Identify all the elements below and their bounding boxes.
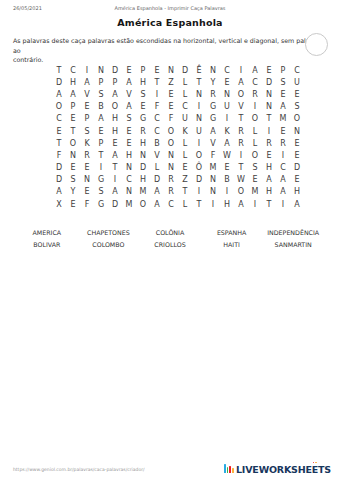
grid-cell[interactable]: M <box>122 198 136 210</box>
wordmark-dotted-e: E <box>312 464 318 475</box>
word-list-item: COLÔNIA <box>139 226 201 238</box>
grid-cell[interactable]: T <box>178 186 192 198</box>
grid-cell[interactable]: T <box>192 198 206 210</box>
grid-cell[interactable]: O <box>248 149 262 161</box>
grid-cell[interactable]: E <box>66 162 80 174</box>
grid-cell[interactable]: S <box>248 162 262 174</box>
grid-cell[interactable]: E <box>94 125 108 137</box>
grid-cell[interactable]: S <box>80 125 94 137</box>
grid-cell[interactable]: I <box>220 113 234 125</box>
grid-cell[interactable]: R <box>206 88 220 100</box>
grid-cell[interactable]: S <box>136 88 150 100</box>
grid-cell[interactable]: U <box>290 76 304 88</box>
grid-cell[interactable]: O <box>192 149 206 161</box>
grid-cell[interactable]: O <box>136 198 150 210</box>
grid-cell[interactable]: T <box>52 137 66 149</box>
grid-cell[interactable]: A <box>108 186 122 198</box>
grid-cell[interactable]: N <box>192 88 206 100</box>
grid-cell[interactable]: H <box>66 76 80 88</box>
grid-cell[interactable]: D <box>262 76 276 88</box>
grid-cell[interactable]: A <box>94 113 108 125</box>
grid-cell[interactable]: V <box>150 149 164 161</box>
grid-cell[interactable]: T <box>94 149 108 161</box>
grid-cell[interactable]: C <box>248 76 262 88</box>
grid-cell[interactable]: E <box>52 125 66 137</box>
grid-cell[interactable]: E <box>164 101 178 113</box>
word-list-item: BOLIVAR <box>16 238 78 250</box>
grid-cell[interactable]: C <box>290 64 304 76</box>
grid-cell[interactable]: E <box>80 162 94 174</box>
grid-cell[interactable]: I <box>94 162 108 174</box>
grid-cell[interactable]: F <box>206 149 220 161</box>
grid-cell[interactable]: T <box>150 76 164 88</box>
grid-cell[interactable]: V <box>206 137 220 149</box>
word-list: AMERICACHAPETONESCOLÔNIAESPANHAINDEPENDÊ… <box>16 226 324 250</box>
grid-cell[interactable]: N <box>164 162 178 174</box>
grid-cell[interactable]: N <box>136 149 150 161</box>
word-list-item: CRIOLLOS <box>139 238 201 250</box>
grid-cell[interactable]: U <box>220 101 234 113</box>
grid-cell[interactable]: N <box>206 186 220 198</box>
grid-cell[interactable]: S <box>276 76 290 88</box>
grid-cell[interactable]: D <box>108 64 122 76</box>
grid-cell[interactable]: Z <box>178 174 192 186</box>
grid-cell[interactable]: R <box>80 149 94 161</box>
liveworksheets-logo: LIVEWORKSHEETS <box>224 464 331 475</box>
grid-cell[interactable]: Y <box>206 76 220 88</box>
grid-cell[interactable]: A <box>122 101 136 113</box>
grid-cell[interactable]: H <box>220 198 234 210</box>
grid-cell[interactable]: C <box>164 198 178 210</box>
grid-cell[interactable]: P <box>136 64 150 76</box>
grid-cell[interactable]: D <box>136 162 150 174</box>
worksheet-page: 26/05/2021 América Espanhola - Imprimir … <box>0 0 340 480</box>
grid-cell[interactable]: A <box>248 64 262 76</box>
instructions-line1: As palavras deste caça palavras estão es… <box>13 37 323 54</box>
grid-cell[interactable]: H <box>136 76 150 88</box>
grid-cell[interactable]: H <box>262 186 276 198</box>
grid-cell[interactable]: L <box>178 137 192 149</box>
grid-cell[interactable]: Ô <box>192 162 206 174</box>
grid-cell[interactable]: B <box>94 101 108 113</box>
grid-cell[interactable]: M <box>206 162 220 174</box>
grid-cell[interactable]: G <box>206 113 220 125</box>
grid-cell[interactable]: N <box>66 149 80 161</box>
grid-cell[interactable]: P <box>276 64 290 76</box>
grid-cell[interactable]: T <box>192 76 206 88</box>
grid-cell[interactable]: K <box>80 137 94 149</box>
grid-cell[interactable]: O <box>234 88 248 100</box>
grid-cell[interactable]: A <box>52 186 66 198</box>
grid-cell[interactable]: S <box>122 113 136 125</box>
grid-cell[interactable]: I <box>192 137 206 149</box>
grid-cell[interactable]: D <box>52 162 66 174</box>
grid-cell[interactable]: A <box>66 88 80 100</box>
speaker-circle-button[interactable] <box>305 33 328 56</box>
grid-cell[interactable]: O <box>234 186 248 198</box>
grid-cell[interactable]: C <box>66 64 80 76</box>
grid-cell[interactable]: D <box>52 174 66 186</box>
grid-cell[interactable]: E <box>178 162 192 174</box>
grid-cell[interactable]: P <box>80 113 94 125</box>
grid-cell[interactable]: I <box>80 64 94 76</box>
grid-cell[interactable]: C <box>276 162 290 174</box>
word-list-item: ESPANHA <box>201 226 263 238</box>
grid-cell[interactable]: I <box>262 125 276 137</box>
grid-cell[interactable]: O <box>248 113 262 125</box>
grid-cell[interactable]: O <box>52 101 66 113</box>
word-list-item: CHAPETONES <box>78 226 140 238</box>
grid-cell[interactable]: A <box>108 149 122 161</box>
grid-cell[interactable]: D <box>108 198 122 210</box>
grid-cell[interactable]: L <box>178 76 192 88</box>
grid-cell[interactable]: O <box>164 125 178 137</box>
grid-cell[interactable]: R <box>136 125 150 137</box>
grid-cell[interactable]: E <box>290 149 304 161</box>
word-list-item: COLOMBO <box>78 238 140 250</box>
grid-cell[interactable]: E <box>66 113 80 125</box>
grid-cell[interactable]: C <box>52 113 66 125</box>
grid-cell[interactable]: H <box>108 113 122 125</box>
grid-cell[interactable]: S <box>66 174 80 186</box>
grid-cell[interactable]: C <box>178 101 192 113</box>
grid-cell[interactable]: A <box>52 88 66 100</box>
grid-cell[interactable]: E <box>276 125 290 137</box>
source-url: https://www.geniol.com.br/palavras/caca-… <box>13 467 145 472</box>
grid-cell[interactable]: A <box>80 76 94 88</box>
grid-cell[interactable]: B <box>220 174 234 186</box>
grid-cell[interactable]: I <box>276 149 290 161</box>
grid-cell[interactable]: E <box>136 101 150 113</box>
grid-cell[interactable]: N <box>192 113 206 125</box>
grid-cell[interactable]: S <box>290 101 304 113</box>
grid-cell[interactable]: N <box>262 88 276 100</box>
grid-cell[interactable]: H <box>108 125 122 137</box>
grid-cell[interactable]: O <box>66 137 80 149</box>
grid-cell[interactable]: C <box>150 125 164 137</box>
grid-cell[interactable]: N <box>94 64 108 76</box>
grid-cell[interactable]: U <box>178 113 192 125</box>
grid-cell[interactable]: G <box>94 174 108 186</box>
grid-cell[interactable]: S <box>94 186 108 198</box>
grid-cell[interactable]: D <box>52 76 66 88</box>
grid-cell[interactable]: H <box>136 174 150 186</box>
grid-cell[interactable]: I <box>108 174 122 186</box>
grid-cell[interactable]: O <box>164 137 178 149</box>
grid-cell[interactable]: E <box>248 174 262 186</box>
grid-cell[interactable]: P <box>66 101 80 113</box>
grid-cell[interactable]: T <box>262 113 276 125</box>
grid-cell[interactable]: A <box>206 125 220 137</box>
grid-cell[interactable]: M <box>276 113 290 125</box>
grid-cell[interactable]: M <box>136 186 150 198</box>
grid-cell[interactable]: A <box>276 186 290 198</box>
grid-cell[interactable]: F <box>150 101 164 113</box>
grid-cell[interactable]: L <box>178 149 192 161</box>
word-list-item: AMERICA <box>16 226 78 238</box>
grid-cell[interactable]: N <box>206 64 220 76</box>
grid-cell[interactable]: N <box>290 125 304 137</box>
grid-cell[interactable]: N <box>122 162 136 174</box>
grid-cell[interactable]: A <box>122 76 136 88</box>
liveworksheets-wordmark: LIVEWORKSHEETS <box>236 464 331 475</box>
grid-cell[interactable]: T <box>262 198 276 210</box>
grid-cell[interactable]: V <box>80 88 94 100</box>
grid-cell[interactable]: E <box>220 76 234 88</box>
grid-cell[interactable]: E <box>262 149 276 161</box>
grid-cell[interactable]: O <box>108 101 122 113</box>
grid-cell[interactable]: T <box>234 162 248 174</box>
grid-cell[interactable]: D <box>178 64 192 76</box>
grid-cell[interactable]: E <box>80 186 94 198</box>
grid-cell[interactable]: T <box>52 64 66 76</box>
grid-cell[interactable]: H <box>262 162 276 174</box>
grid-cell[interactable]: T <box>234 113 248 125</box>
grid-cell[interactable]: E <box>122 137 136 149</box>
grid-cell[interactable]: Ê <box>192 64 206 76</box>
grid-cell[interactable]: E <box>290 174 304 186</box>
wordmark-post: TS <box>318 464 331 475</box>
grid-cell[interactable]: R <box>234 137 248 149</box>
liveworksheets-bars-icon <box>224 465 234 474</box>
grid-cell[interactable]: B <box>150 137 164 149</box>
grid-cell[interactable]: A <box>150 186 164 198</box>
grid-cell[interactable]: N <box>164 149 178 161</box>
grid-cell[interactable]: P <box>94 76 108 88</box>
grid-cell[interactable]: I <box>192 186 206 198</box>
grid-cell[interactable]: E <box>290 88 304 100</box>
grid-cell[interactable]: N <box>262 101 276 113</box>
grid-cell[interactable]: T <box>66 125 80 137</box>
grid-cell[interactable]: M <box>248 186 262 198</box>
logo-dots-icon <box>313 462 317 464</box>
grid-cell[interactable]: V <box>234 101 248 113</box>
grid-cell[interactable]: I <box>234 149 248 161</box>
grid-cell[interactable]: R <box>276 137 290 149</box>
grid-cell[interactable]: N <box>164 64 178 76</box>
grid-cell[interactable]: F <box>164 113 178 125</box>
grid-cell[interactable]: N <box>80 174 94 186</box>
grid-cell[interactable]: Y <box>66 186 80 198</box>
grid-cell[interactable]: A <box>220 137 234 149</box>
grid-cell[interactable]: G <box>136 113 150 125</box>
grid-cell[interactable]: E <box>220 162 234 174</box>
grid-cell[interactable]: Z <box>164 76 178 88</box>
grid-cell[interactable]: A <box>262 174 276 186</box>
grid-cell[interactable]: W <box>220 149 234 161</box>
grid-cell[interactable]: S <box>94 88 108 100</box>
grid-cell[interactable]: A <box>276 101 290 113</box>
grid-cell[interactable]: G <box>206 101 220 113</box>
grid-cell[interactable]: A <box>108 88 122 100</box>
grid-cell[interactable]: I <box>192 101 206 113</box>
grid-cell[interactable]: H <box>136 137 150 149</box>
grid-cell[interactable]: E <box>290 137 304 149</box>
grid-cell[interactable]: O <box>290 113 304 125</box>
word-list-item: SANMARTIN <box>262 238 324 250</box>
grid-cell[interactable]: R <box>262 137 276 149</box>
grid-cell[interactable]: E <box>66 198 80 210</box>
grid-cell[interactable]: R <box>164 174 178 186</box>
grid-cell[interactable]: A <box>290 198 304 210</box>
page-title: América Espanhola <box>0 17 340 28</box>
grid-cell[interactable]: N <box>220 88 234 100</box>
grid-cell[interactable]: I <box>248 198 262 210</box>
word-list-item: INDEPENDÊNCIA <box>262 226 324 238</box>
grid-cell[interactable]: D <box>192 174 206 186</box>
grid-cell[interactable]: I <box>248 101 262 113</box>
grid-cell[interactable]: L <box>150 162 164 174</box>
grid-cell[interactable]: F <box>80 198 94 210</box>
grid-cell[interactable]: E <box>108 137 122 149</box>
grid-cell[interactable]: H <box>122 149 136 161</box>
grid-cell[interactable]: R <box>164 186 178 198</box>
grid-cell[interactable]: E <box>122 64 136 76</box>
wordmark-pre: LIVEWORKSHE <box>236 464 312 475</box>
grid-cell[interactable]: E <box>164 88 178 100</box>
grid-cell[interactable]: N <box>206 174 220 186</box>
grid-cell[interactable]: N <box>122 186 136 198</box>
grid-cell[interactable]: P <box>94 137 108 149</box>
instructions-text: As palavras deste caça palavras estão es… <box>13 36 328 65</box>
grid-cell[interactable]: C <box>220 64 234 76</box>
grid-cell[interactable]: G <box>94 198 108 210</box>
grid-cell[interactable]: I <box>234 64 248 76</box>
grid-cell[interactable]: A <box>234 76 248 88</box>
grid-cell[interactable]: H <box>290 186 304 198</box>
grid-cell[interactable]: I <box>220 186 234 198</box>
grid-cell[interactable]: P <box>108 76 122 88</box>
instructions-line2: contrário. <box>13 56 43 63</box>
grid-cell[interactable]: L <box>248 137 262 149</box>
grid-cell[interactable]: X <box>52 198 66 210</box>
document-title: América Espanhola - Imprimir Caça Palavr… <box>0 5 340 11</box>
grid-cell[interactable]: R <box>248 88 262 100</box>
grid-cell[interactable]: I <box>206 198 220 210</box>
grid-cell[interactable]: E <box>80 101 94 113</box>
grid-cell[interactable]: U <box>192 125 206 137</box>
grid-cell[interactable]: T <box>108 162 122 174</box>
grid-cell[interactable]: V <box>122 88 136 100</box>
grid-cell[interactable]: D <box>150 174 164 186</box>
grid-cell[interactable]: F <box>52 149 66 161</box>
grid-cell[interactable]: I <box>150 88 164 100</box>
grid-cell[interactable]: W <box>234 174 248 186</box>
grid-cell[interactable]: L <box>178 88 192 100</box>
grid-cell[interactable]: E <box>150 64 164 76</box>
grid-cell[interactable]: L <box>178 198 192 210</box>
grid-cell[interactable]: C <box>150 113 164 125</box>
grid-cell[interactable]: A <box>234 198 248 210</box>
grid-cell[interactable]: E <box>276 88 290 100</box>
grid-cell[interactable]: A <box>150 198 164 210</box>
grid-cell[interactable]: K <box>220 125 234 137</box>
word-search-grid: TCINDEPENDÊNCIAEPCDHAPPAHTZLTYEACDSUAAVS… <box>52 64 304 210</box>
word-list-item: HAITI <box>201 238 263 250</box>
grid-cell[interactable]: R <box>234 125 248 137</box>
grid-cell[interactable]: E <box>262 64 276 76</box>
grid-cell[interactable]: C <box>122 174 136 186</box>
grid-cell[interactable]: A <box>276 174 290 186</box>
grid-cell[interactable]: D <box>290 162 304 174</box>
grid-cell[interactable]: K <box>178 125 192 137</box>
grid-cell[interactable]: E <box>122 125 136 137</box>
grid-cell[interactable]: L <box>248 125 262 137</box>
grid-cell[interactable]: I <box>276 198 290 210</box>
